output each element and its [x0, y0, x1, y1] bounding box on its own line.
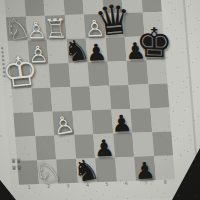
edge-coordinate-label: 6: [125, 182, 128, 187]
dust-speck: [0, 135, 2, 137]
piece-black-pawn-c5[interactable]: ♟: [85, 41, 107, 65]
dust-speck: [195, 29, 196, 30]
dust-speck: [198, 20, 199, 21]
dust-speck: [190, 4, 191, 5]
dust-speck: [193, 91, 194, 92]
piece-black-queen-b6[interactable]: ♛: [93, 0, 135, 43]
piece-white-pawn-f3[interactable]: ♙: [50, 112, 76, 139]
dust-speck: [199, 145, 200, 146]
dust-speck: [196, 58, 197, 59]
dust-speck: [198, 116, 199, 117]
piece-black-king-c8[interactable]: ♚: [136, 23, 173, 65]
dust-speck: [1, 158, 2, 159]
dust-speck: [188, 6, 189, 7]
dust-speck: [197, 87, 198, 88]
dust-speck: [191, 33, 192, 34]
dust-speck: [199, 41, 200, 42]
pieces-layer: ♘♙♖♙♛♙♞♟♟♚♔♙♟♟♘♞♟: [0, 0, 198, 200]
edge-coordinate-label: 3: [66, 184, 69, 189]
piece-black-pawn-h7[interactable]: ♟: [134, 159, 156, 183]
edge-coordinate-label: 1: [27, 185, 30, 190]
dust-speck: [192, 42, 193, 43]
maker-stamp: ♛♛ ♛♛ ····: [9, 157, 25, 181]
piece-black-pawn-f6[interactable]: ♟: [111, 112, 133, 136]
piece-white-king-d1[interactable]: ♔: [0, 50, 41, 95]
edge-coordinate-label: 8: [164, 181, 167, 186]
dust-speck: [196, 18, 197, 19]
chess-board-mat: ♘♙♖♙♛♙♞♟♟♚♔♙♟♟♘♞♟ ♛♛ ♛♛ ···· 12345678: [0, 0, 200, 200]
dust-speck: [192, 62, 193, 63]
photo-of-chess-position: { "game": "chess", "scene": "overhead gr…: [0, 0, 200, 200]
dust-speck: [197, 47, 198, 48]
edge-coordinate-label: 5: [105, 183, 108, 188]
stamp-text: ····: [10, 171, 24, 174]
